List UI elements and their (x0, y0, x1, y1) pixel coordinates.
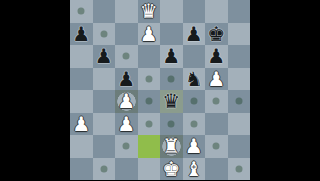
square-h3[interactable] (228, 113, 251, 136)
square-a7[interactable]: ♟ (70, 23, 93, 46)
move-dest-dot[interactable] (190, 120, 197, 127)
square-f8[interactable] (183, 0, 206, 23)
square-a2[interactable] (70, 135, 93, 158)
move-dest-dot[interactable] (100, 165, 107, 172)
move-dest-dot[interactable] (78, 8, 85, 15)
square-d6[interactable] (138, 45, 161, 68)
black-pawn[interactable]: ♟ (160, 45, 183, 68)
black-pawn[interactable]: ♟ (115, 68, 138, 91)
square-c3[interactable]: ♟ (115, 113, 138, 136)
square-g4[interactable] (205, 90, 228, 113)
black-pawn[interactable]: ♟ (70, 23, 93, 46)
square-f6[interactable] (183, 45, 206, 68)
square-c7[interactable] (115, 23, 138, 46)
white-pawn[interactable]: ♟ (115, 90, 138, 113)
letterbox-right (250, 0, 320, 180)
square-h4[interactable] (228, 90, 251, 113)
square-b1[interactable] (93, 158, 116, 181)
white-rook[interactable]: ♜ (160, 135, 183, 158)
square-f4[interactable] (183, 90, 206, 113)
square-e5[interactable] (160, 68, 183, 91)
square-h5[interactable] (228, 68, 251, 91)
square-e6[interactable]: ♟ (160, 45, 183, 68)
square-c4[interactable]: ♟ (115, 90, 138, 113)
square-e7[interactable] (160, 23, 183, 46)
move-dest-dot[interactable] (190, 98, 197, 105)
square-b7[interactable] (93, 23, 116, 46)
move-dest-dot[interactable] (100, 30, 107, 37)
square-c5[interactable]: ♟ (115, 68, 138, 91)
white-pawn[interactable]: ♟ (205, 68, 228, 91)
square-g8[interactable] (205, 0, 228, 23)
square-e2[interactable]: ♜ (160, 135, 183, 158)
move-dest-dot[interactable] (123, 143, 130, 150)
chessboard[interactable]: ♛♟♟♟♚♟♟♟♟♞♟♟♛♟♟♜♟♚♝ (70, 0, 250, 180)
square-d5[interactable] (138, 68, 161, 91)
square-f1[interactable]: ♝ (183, 158, 206, 181)
square-d3[interactable] (138, 113, 161, 136)
square-c6[interactable] (115, 45, 138, 68)
square-h1[interactable] (228, 158, 251, 181)
square-a6[interactable] (70, 45, 93, 68)
square-d2[interactable] (138, 135, 161, 158)
move-dest-dot[interactable] (235, 165, 242, 172)
white-pawn[interactable]: ♟ (70, 113, 93, 136)
square-f2[interactable]: ♟ (183, 135, 206, 158)
square-b8[interactable] (93, 0, 116, 23)
square-g1[interactable] (205, 158, 228, 181)
square-d4[interactable] (138, 90, 161, 113)
square-h8[interactable] (228, 0, 251, 23)
black-king[interactable]: ♚ (205, 23, 228, 46)
move-dest-dot[interactable] (168, 120, 175, 127)
black-pawn[interactable]: ♟ (93, 45, 116, 68)
square-e8[interactable] (160, 0, 183, 23)
square-d1[interactable] (138, 158, 161, 181)
square-a1[interactable] (70, 158, 93, 181)
white-pawn[interactable]: ♟ (115, 113, 138, 136)
square-c8[interactable] (115, 0, 138, 23)
square-b5[interactable] (93, 68, 116, 91)
square-g7[interactable]: ♚ (205, 23, 228, 46)
square-b3[interactable] (93, 113, 116, 136)
white-queen[interactable]: ♛ (138, 0, 161, 23)
square-e1[interactable]: ♚ (160, 158, 183, 181)
move-dest-dot[interactable] (123, 53, 130, 60)
square-f5[interactable]: ♞ (183, 68, 206, 91)
square-g5[interactable]: ♟ (205, 68, 228, 91)
square-h7[interactable] (228, 23, 251, 46)
square-f3[interactable] (183, 113, 206, 136)
white-bishop[interactable]: ♝ (183, 158, 206, 181)
square-a5[interactable] (70, 68, 93, 91)
square-f7[interactable]: ♟ (183, 23, 206, 46)
square-g3[interactable] (205, 113, 228, 136)
square-b4[interactable] (93, 90, 116, 113)
move-dest-dot[interactable] (168, 75, 175, 82)
square-h2[interactable] (228, 135, 251, 158)
black-pawn[interactable]: ♟ (183, 23, 206, 46)
square-a8[interactable] (70, 0, 93, 23)
move-dest-dot[interactable] (235, 98, 242, 105)
square-g6[interactable]: ♟ (205, 45, 228, 68)
move-dest-dot[interactable] (213, 143, 220, 150)
square-e3[interactable] (160, 113, 183, 136)
square-g2[interactable] (205, 135, 228, 158)
move-dest-dot[interactable] (145, 75, 152, 82)
square-d7[interactable]: ♟ (138, 23, 161, 46)
square-d8[interactable]: ♛ (138, 0, 161, 23)
move-dest-dot[interactable] (145, 98, 152, 105)
black-knight[interactable]: ♞ (183, 68, 206, 91)
square-b6[interactable]: ♟ (93, 45, 116, 68)
letterbox-left (0, 0, 70, 180)
white-king[interactable]: ♚ (160, 158, 183, 181)
square-a3[interactable]: ♟ (70, 113, 93, 136)
white-pawn[interactable]: ♟ (138, 23, 161, 46)
app-window: ♛♟♟♟♚♟♟♟♟♞♟♟♛♟♟♜♟♚♝ (0, 0, 320, 180)
black-queen[interactable]: ♛ (160, 90, 183, 113)
move-dest-dot[interactable] (145, 120, 152, 127)
square-a4[interactable] (70, 90, 93, 113)
square-c1[interactable] (115, 158, 138, 181)
square-e4[interactable]: ♛ (160, 90, 183, 113)
square-c2[interactable] (115, 135, 138, 158)
white-pawn[interactable]: ♟ (183, 135, 206, 158)
square-h6[interactable] (228, 45, 251, 68)
black-pawn[interactable]: ♟ (205, 45, 228, 68)
move-dest-dot[interactable] (213, 98, 220, 105)
square-b2[interactable] (93, 135, 116, 158)
